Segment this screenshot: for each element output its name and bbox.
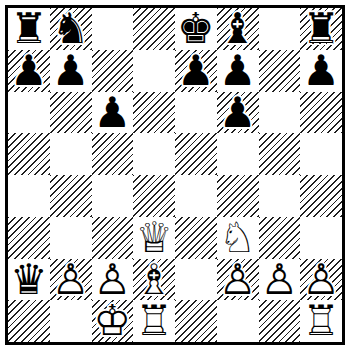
square-c6[interactable]: ♟♟ xyxy=(92,92,134,134)
black-rook-glyph: ♜ xyxy=(10,8,48,50)
square-g4[interactable] xyxy=(259,175,301,217)
square-a3[interactable] xyxy=(8,217,50,259)
square-a2[interactable]: ♛♛ xyxy=(8,259,50,301)
square-a5[interactable] xyxy=(8,133,50,175)
square-h2[interactable]: ♟♙ xyxy=(300,259,342,301)
square-f1[interactable] xyxy=(217,300,259,342)
square-h4[interactable] xyxy=(300,175,342,217)
white-pawn-glyph: ♙ xyxy=(302,259,340,301)
black-queen-icon: ♛♛ xyxy=(8,259,50,301)
white-rook-glyph: ♖ xyxy=(135,300,173,342)
white-king-icon: ♚♔ xyxy=(92,300,134,342)
black-pawn-silhouette: ♟ xyxy=(10,50,48,92)
square-h1[interactable]: ♜♖ xyxy=(300,300,342,342)
white-pawn-icon: ♟♙ xyxy=(217,259,259,301)
white-knight-silhouette: ♞ xyxy=(219,217,257,259)
square-d5[interactable] xyxy=(133,133,175,175)
square-a8[interactable]: ♜♜ xyxy=(8,8,50,50)
square-a6[interactable] xyxy=(8,92,50,134)
square-d7[interactable] xyxy=(133,50,175,92)
square-f7[interactable]: ♟♟ xyxy=(217,50,259,92)
white-pawn-glyph: ♙ xyxy=(261,259,299,301)
white-bishop-icon: ♝♗ xyxy=(133,259,175,301)
square-e5[interactable] xyxy=(175,133,217,175)
square-g2[interactable]: ♟♙ xyxy=(259,259,301,301)
white-queen-silhouette: ♛ xyxy=(135,217,173,259)
square-d3[interactable]: ♛♕ xyxy=(133,217,175,259)
black-king-glyph: ♚ xyxy=(177,8,215,50)
square-c4[interactable] xyxy=(92,175,134,217)
white-king-glyph: ♔ xyxy=(94,300,132,342)
black-king-icon: ♚♚ xyxy=(175,8,217,50)
black-pawn-silhouette: ♟ xyxy=(219,50,257,92)
square-g1[interactable] xyxy=(259,300,301,342)
white-pawn-glyph: ♙ xyxy=(52,259,90,301)
white-rook-silhouette: ♜ xyxy=(135,300,173,342)
square-h3[interactable] xyxy=(300,217,342,259)
square-e6[interactable] xyxy=(175,92,217,134)
square-b7[interactable]: ♟♟ xyxy=(50,50,92,92)
white-bishop-silhouette: ♝ xyxy=(135,259,173,301)
white-rook-icon: ♜♖ xyxy=(133,300,175,342)
black-knight-glyph: ♞ xyxy=(52,8,90,50)
black-pawn-silhouette: ♟ xyxy=(52,50,90,92)
chess-board: ♜♜♞♞♚♚♝♝♜♜♟♟♟♟♟♟♟♟♟♟♟♟♟♟♛♕♞♘♛♛♟♙♟♙♝♗♟♙♟♙… xyxy=(8,8,342,342)
square-e3[interactable] xyxy=(175,217,217,259)
black-pawn-glyph: ♟ xyxy=(219,92,257,134)
black-knight-silhouette: ♞ xyxy=(52,8,90,50)
black-bishop-silhouette: ♝ xyxy=(219,8,257,50)
square-f8[interactable]: ♝♝ xyxy=(217,8,259,50)
black-rook-icon: ♜♜ xyxy=(300,8,342,50)
white-rook-glyph: ♖ xyxy=(302,300,340,342)
white-pawn-glyph: ♙ xyxy=(94,259,132,301)
square-h6[interactable] xyxy=(300,92,342,134)
square-f2[interactable]: ♟♙ xyxy=(217,259,259,301)
square-g6[interactable] xyxy=(259,92,301,134)
white-pawn-icon: ♟♙ xyxy=(92,259,134,301)
square-g8[interactable] xyxy=(259,8,301,50)
square-c2[interactable]: ♟♙ xyxy=(92,259,134,301)
white-pawn-silhouette: ♟ xyxy=(219,259,257,301)
white-bishop-glyph: ♗ xyxy=(135,259,173,301)
square-c5[interactable] xyxy=(92,133,134,175)
white-pawn-icon: ♟♙ xyxy=(50,259,92,301)
square-g3[interactable] xyxy=(259,217,301,259)
white-pawn-silhouette: ♟ xyxy=(94,259,132,301)
square-b2[interactable]: ♟♙ xyxy=(50,259,92,301)
square-a4[interactable] xyxy=(8,175,50,217)
black-pawn-glyph: ♟ xyxy=(302,50,340,92)
white-knight-glyph: ♘ xyxy=(219,217,257,259)
square-d2[interactable]: ♝♗ xyxy=(133,259,175,301)
white-king-silhouette: ♚ xyxy=(94,300,132,342)
square-c3[interactable] xyxy=(92,217,134,259)
square-b4[interactable] xyxy=(50,175,92,217)
square-b6[interactable] xyxy=(50,92,92,134)
black-pawn-silhouette: ♟ xyxy=(94,92,132,134)
square-b1[interactable] xyxy=(50,300,92,342)
square-c7[interactable] xyxy=(92,50,134,92)
black-pawn-silhouette: ♟ xyxy=(219,92,257,134)
black-pawn-silhouette: ♟ xyxy=(177,50,215,92)
black-pawn-glyph: ♟ xyxy=(177,50,215,92)
white-rook-silhouette: ♜ xyxy=(302,300,340,342)
square-a1[interactable] xyxy=(8,300,50,342)
square-c8[interactable] xyxy=(92,8,134,50)
black-rook-silhouette: ♜ xyxy=(302,8,340,50)
white-pawn-icon: ♟♙ xyxy=(259,259,301,301)
square-d1[interactable]: ♜♖ xyxy=(133,300,175,342)
square-c1[interactable]: ♚♔ xyxy=(92,300,134,342)
square-b3[interactable] xyxy=(50,217,92,259)
square-d6[interactable] xyxy=(133,92,175,134)
black-pawn-icon: ♟♟ xyxy=(8,50,50,92)
board-frame: ♜♜♞♞♚♚♝♝♜♜♟♟♟♟♟♟♟♟♟♟♟♟♟♟♛♕♞♘♛♛♟♙♟♙♝♗♟♙♟♙… xyxy=(5,5,345,345)
white-pawn-silhouette: ♟ xyxy=(52,259,90,301)
square-e4[interactable] xyxy=(175,175,217,217)
black-pawn-glyph: ♟ xyxy=(52,50,90,92)
black-rook-silhouette: ♜ xyxy=(10,8,48,50)
black-bishop-glyph: ♝ xyxy=(219,8,257,50)
black-knight-icon: ♞♞ xyxy=(50,8,92,50)
white-pawn-glyph: ♙ xyxy=(219,259,257,301)
white-queen-glyph: ♕ xyxy=(135,217,173,259)
square-h5[interactable] xyxy=(300,133,342,175)
black-bishop-icon: ♝♝ xyxy=(217,8,259,50)
square-h8[interactable]: ♜♜ xyxy=(300,8,342,50)
square-e7[interactable]: ♟♟ xyxy=(175,50,217,92)
square-b5[interactable] xyxy=(50,133,92,175)
white-pawn-silhouette: ♟ xyxy=(302,259,340,301)
square-d4[interactable] xyxy=(133,175,175,217)
square-e8[interactable]: ♚♚ xyxy=(175,8,217,50)
black-rook-glyph: ♜ xyxy=(302,8,340,50)
black-pawn-icon: ♟♟ xyxy=(92,92,134,134)
black-pawn-glyph: ♟ xyxy=(94,92,132,134)
black-pawn-icon: ♟♟ xyxy=(175,50,217,92)
black-pawn-icon: ♟♟ xyxy=(50,50,92,92)
square-f4[interactable] xyxy=(217,175,259,217)
white-rook-icon: ♜♖ xyxy=(300,300,342,342)
black-pawn-icon: ♟♟ xyxy=(217,50,259,92)
black-rook-icon: ♜♜ xyxy=(8,8,50,50)
square-f6[interactable]: ♟♟ xyxy=(217,92,259,134)
square-e2[interactable] xyxy=(175,259,217,301)
square-a7[interactable]: ♟♟ xyxy=(8,50,50,92)
black-pawn-glyph: ♟ xyxy=(219,50,257,92)
black-pawn-icon: ♟♟ xyxy=(217,92,259,134)
square-h7[interactable]: ♟♟ xyxy=(300,50,342,92)
black-queen-glyph: ♛ xyxy=(10,259,48,301)
black-pawn-icon: ♟♟ xyxy=(300,50,342,92)
white-knight-icon: ♞♘ xyxy=(217,217,259,259)
black-pawn-glyph: ♟ xyxy=(10,50,48,92)
square-d8[interactable] xyxy=(133,8,175,50)
square-f5[interactable] xyxy=(217,133,259,175)
white-pawn-icon: ♟♙ xyxy=(300,259,342,301)
black-king-silhouette: ♚ xyxy=(177,8,215,50)
white-pawn-silhouette: ♟ xyxy=(261,259,299,301)
square-e1[interactable] xyxy=(175,300,217,342)
square-b8[interactable]: ♞♞ xyxy=(50,8,92,50)
white-queen-icon: ♛♕ xyxy=(133,217,175,259)
square-g5[interactable] xyxy=(259,133,301,175)
square-g7[interactable] xyxy=(259,50,301,92)
black-pawn-silhouette: ♟ xyxy=(302,50,340,92)
square-f3[interactable]: ♞♘ xyxy=(217,217,259,259)
black-queen-silhouette: ♛ xyxy=(10,259,48,301)
